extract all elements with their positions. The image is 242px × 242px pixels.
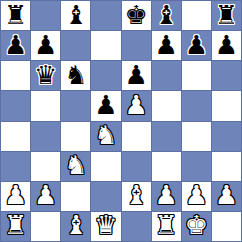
square-f6[interactable] xyxy=(152,61,181,90)
piece-white-knight[interactable]: ♞ xyxy=(64,152,87,178)
square-e2[interactable]: ♝ xyxy=(122,182,151,211)
square-g5[interactable] xyxy=(182,91,211,120)
square-e1[interactable] xyxy=(122,212,151,241)
piece-black-pawn[interactable]: ♟ xyxy=(155,32,178,58)
square-d7[interactable] xyxy=(91,31,120,60)
piece-white-king[interactable]: ♚ xyxy=(185,212,208,238)
square-h1[interactable] xyxy=(212,212,241,241)
square-d1[interactable]: ♛ xyxy=(91,212,120,241)
square-a8[interactable]: ♜ xyxy=(1,1,30,30)
square-f8[interactable]: ♝ xyxy=(152,1,181,30)
piece-black-rook[interactable]: ♜ xyxy=(215,2,238,28)
piece-white-pawn[interactable]: ♟ xyxy=(155,182,178,208)
square-h5[interactable] xyxy=(212,91,241,120)
piece-black-knight[interactable]: ♞ xyxy=(64,62,87,88)
square-e7[interactable] xyxy=(122,31,151,60)
square-h4[interactable] xyxy=(212,122,241,151)
square-h7[interactable]: ♟ xyxy=(212,31,241,60)
square-e4[interactable] xyxy=(122,122,151,151)
piece-black-bishop[interactable]: ♝ xyxy=(155,2,178,28)
square-h6[interactable] xyxy=(212,61,241,90)
square-a6[interactable] xyxy=(1,61,30,90)
piece-white-knight[interactable]: ♞ xyxy=(94,122,117,148)
square-b5[interactable] xyxy=(31,91,60,120)
piece-white-bishop[interactable]: ♝ xyxy=(64,212,87,238)
square-f2[interactable]: ♟ xyxy=(152,182,181,211)
square-a7[interactable]: ♟ xyxy=(1,31,30,60)
square-c2[interactable] xyxy=(61,182,90,211)
square-a4[interactable] xyxy=(1,122,30,151)
square-d4[interactable]: ♞ xyxy=(91,122,120,151)
piece-black-pawn[interactable]: ♟ xyxy=(215,32,238,58)
square-b7[interactable]: ♟ xyxy=(31,31,60,60)
piece-black-king[interactable]: ♚ xyxy=(124,2,147,28)
piece-black-pawn[interactable]: ♟ xyxy=(124,62,147,88)
square-e6[interactable]: ♟ xyxy=(122,61,151,90)
square-f3[interactable] xyxy=(152,152,181,181)
square-b4[interactable] xyxy=(31,122,60,151)
piece-black-pawn[interactable]: ♟ xyxy=(185,32,208,58)
chess-board: ♜♝♚♝♜♟♟♟♟♟♛♞♟♟♟♞♞♟♟♝♟♟♟♜♝♛♜♚ xyxy=(0,0,242,242)
square-f7[interactable]: ♟ xyxy=(152,31,181,60)
piece-black-pawn[interactable]: ♟ xyxy=(94,92,117,118)
piece-white-pawn[interactable]: ♟ xyxy=(4,182,27,208)
square-b2[interactable]: ♟ xyxy=(31,182,60,211)
square-b8[interactable] xyxy=(31,1,60,30)
square-e5[interactable]: ♟ xyxy=(122,91,151,120)
square-f1[interactable]: ♜ xyxy=(152,212,181,241)
piece-black-pawn[interactable]: ♟ xyxy=(34,32,57,58)
square-g8[interactable] xyxy=(182,1,211,30)
square-c5[interactable] xyxy=(61,91,90,120)
square-f4[interactable] xyxy=(152,122,181,151)
square-a5[interactable] xyxy=(1,91,30,120)
square-b6[interactable]: ♛ xyxy=(31,61,60,90)
piece-white-rook[interactable]: ♜ xyxy=(155,212,178,238)
piece-black-bishop[interactable]: ♝ xyxy=(64,2,87,28)
piece-black-pawn[interactable]: ♟ xyxy=(4,32,27,58)
square-g7[interactable]: ♟ xyxy=(182,31,211,60)
square-b3[interactable] xyxy=(31,152,60,181)
square-h2[interactable]: ♟ xyxy=(212,182,241,211)
square-g4[interactable] xyxy=(182,122,211,151)
square-c8[interactable]: ♝ xyxy=(61,1,90,30)
square-c3[interactable]: ♞ xyxy=(61,152,90,181)
square-g3[interactable] xyxy=(182,152,211,181)
square-g1[interactable]: ♚ xyxy=(182,212,211,241)
square-h8[interactable]: ♜ xyxy=(212,1,241,30)
square-d8[interactable] xyxy=(91,1,120,30)
piece-white-pawn[interactable]: ♟ xyxy=(124,92,147,118)
square-d2[interactable] xyxy=(91,182,120,211)
square-c7[interactable] xyxy=(61,31,90,60)
square-e3[interactable] xyxy=(122,152,151,181)
square-c4[interactable] xyxy=(61,122,90,151)
square-f5[interactable] xyxy=(152,91,181,120)
square-d5[interactable]: ♟ xyxy=(91,91,120,120)
square-c1[interactable]: ♝ xyxy=(61,212,90,241)
piece-black-rook[interactable]: ♜ xyxy=(4,2,27,28)
square-a2[interactable]: ♟ xyxy=(1,182,30,211)
square-d3[interactable] xyxy=(91,152,120,181)
square-d6[interactable] xyxy=(91,61,120,90)
square-a1[interactable]: ♜ xyxy=(1,212,30,241)
square-a3[interactable] xyxy=(1,152,30,181)
piece-white-pawn[interactable]: ♟ xyxy=(185,182,208,208)
square-e8[interactable]: ♚ xyxy=(122,1,151,30)
piece-white-bishop[interactable]: ♝ xyxy=(124,182,147,208)
piece-white-pawn[interactable]: ♟ xyxy=(34,182,57,208)
piece-black-queen[interactable]: ♛ xyxy=(34,62,57,88)
square-b1[interactable] xyxy=(31,212,60,241)
piece-white-pawn[interactable]: ♟ xyxy=(215,182,238,208)
square-g2[interactable]: ♟ xyxy=(182,182,211,211)
square-c6[interactable]: ♞ xyxy=(61,61,90,90)
square-g6[interactable] xyxy=(182,61,211,90)
piece-white-rook[interactable]: ♜ xyxy=(4,212,27,238)
piece-white-queen[interactable]: ♛ xyxy=(94,212,117,238)
square-h3[interactable] xyxy=(212,152,241,181)
